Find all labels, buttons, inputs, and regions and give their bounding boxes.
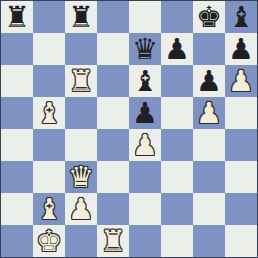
square-d8[interactable]: [97, 1, 129, 33]
square-c5[interactable]: [65, 97, 97, 129]
square-e2[interactable]: [129, 193, 161, 225]
square-a5[interactable]: [1, 97, 33, 129]
piece-white-rook[interactable]: ♜: [100, 225, 126, 257]
square-a4[interactable]: [1, 129, 33, 161]
square-c6[interactable]: ♜: [65, 65, 97, 97]
piece-black-pawn[interactable]: ♟: [164, 33, 190, 65]
square-h5[interactable]: [225, 97, 257, 129]
square-g6[interactable]: ♟: [193, 65, 225, 97]
square-c8[interactable]: ♜: [65, 1, 97, 33]
square-f6[interactable]: [161, 65, 193, 97]
square-h4[interactable]: [225, 129, 257, 161]
piece-black-queen[interactable]: ♛: [132, 33, 158, 65]
square-f7[interactable]: ♟: [161, 33, 193, 65]
piece-white-pawn[interactable]: ♟: [132, 129, 158, 161]
square-f1[interactable]: [161, 225, 193, 257]
square-h7[interactable]: ♟: [225, 33, 257, 65]
square-d6[interactable]: [97, 65, 129, 97]
piece-white-pawn[interactable]: ♟: [68, 193, 94, 225]
square-g3[interactable]: [193, 161, 225, 193]
square-d3[interactable]: [97, 161, 129, 193]
square-h3[interactable]: [225, 161, 257, 193]
square-e3[interactable]: [129, 161, 161, 193]
square-b3[interactable]: [33, 161, 65, 193]
square-h2[interactable]: [225, 193, 257, 225]
square-b4[interactable]: [33, 129, 65, 161]
square-e6[interactable]: ♝: [129, 65, 161, 97]
square-b6[interactable]: [33, 65, 65, 97]
piece-black-pawn[interactable]: ♟: [132, 97, 158, 129]
square-d4[interactable]: [97, 129, 129, 161]
piece-black-bishop[interactable]: ♝: [132, 65, 158, 97]
piece-white-rook[interactable]: ♜: [68, 65, 94, 97]
piece-black-king[interactable]: ♚: [196, 1, 222, 33]
square-a6[interactable]: [1, 65, 33, 97]
square-h8[interactable]: ♝: [225, 1, 257, 33]
piece-white-pawn[interactable]: ♟: [228, 65, 254, 97]
square-c3[interactable]: ♛: [65, 161, 97, 193]
square-g1[interactable]: [193, 225, 225, 257]
square-b7[interactable]: [33, 33, 65, 65]
square-f8[interactable]: [161, 1, 193, 33]
square-g2[interactable]: [193, 193, 225, 225]
square-d7[interactable]: [97, 33, 129, 65]
square-b2[interactable]: ♝: [33, 193, 65, 225]
square-a1[interactable]: [1, 225, 33, 257]
square-a2[interactable]: [1, 193, 33, 225]
square-d2[interactable]: [97, 193, 129, 225]
square-f3[interactable]: [161, 161, 193, 193]
square-g8[interactable]: ♚: [193, 1, 225, 33]
piece-black-bishop[interactable]: ♝: [228, 1, 254, 33]
piece-white-queen[interactable]: ♛: [68, 161, 94, 193]
piece-white-pawn[interactable]: ♟: [196, 97, 222, 129]
square-g7[interactable]: [193, 33, 225, 65]
square-e5[interactable]: ♟: [129, 97, 161, 129]
square-e8[interactable]: [129, 1, 161, 33]
square-e4[interactable]: ♟: [129, 129, 161, 161]
square-g4[interactable]: [193, 129, 225, 161]
piece-white-king[interactable]: ♚: [36, 225, 62, 257]
square-h1[interactable]: [225, 225, 257, 257]
chess-board-frame: ♜♜♚♝♛♟♟♜♝♟♟♝♟♟♟♛♝♟♚♜: [0, 0, 258, 258]
piece-white-bishop[interactable]: ♝: [36, 193, 62, 225]
square-d5[interactable]: [97, 97, 129, 129]
square-d1[interactable]: ♜: [97, 225, 129, 257]
piece-black-rook[interactable]: ♜: [68, 1, 94, 33]
square-f4[interactable]: [161, 129, 193, 161]
square-a8[interactable]: ♜: [1, 1, 33, 33]
square-c4[interactable]: [65, 129, 97, 161]
piece-black-pawn[interactable]: ♟: [228, 33, 254, 65]
square-c2[interactable]: ♟: [65, 193, 97, 225]
square-h6[interactable]: ♟: [225, 65, 257, 97]
square-f5[interactable]: [161, 97, 193, 129]
square-f2[interactable]: [161, 193, 193, 225]
square-b5[interactable]: ♝: [33, 97, 65, 129]
square-e7[interactable]: ♛: [129, 33, 161, 65]
square-c7[interactable]: [65, 33, 97, 65]
square-a7[interactable]: [1, 33, 33, 65]
chess-board: ♜♜♚♝♛♟♟♜♝♟♟♝♟♟♟♛♝♟♚♜: [1, 1, 257, 257]
piece-white-bishop[interactable]: ♝: [36, 97, 62, 129]
square-g5[interactable]: ♟: [193, 97, 225, 129]
square-e1[interactable]: [129, 225, 161, 257]
square-b1[interactable]: ♚: [33, 225, 65, 257]
square-c1[interactable]: [65, 225, 97, 257]
square-a3[interactable]: [1, 161, 33, 193]
piece-black-rook[interactable]: ♜: [4, 1, 30, 33]
square-b8[interactable]: [33, 1, 65, 33]
piece-black-pawn[interactable]: ♟: [196, 65, 222, 97]
